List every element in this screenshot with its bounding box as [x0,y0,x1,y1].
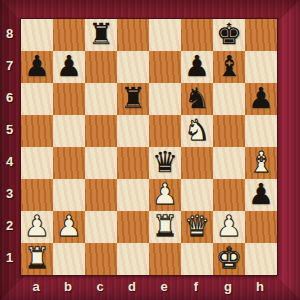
square-a5[interactable] [21,115,53,147]
square-e1[interactable] [149,243,181,275]
square-d1[interactable] [117,243,149,275]
square-d2[interactable] [117,211,149,243]
black-rook[interactable]: ♜ [88,18,114,50]
black-queen[interactable]: ♛ [152,146,178,178]
square-b5[interactable] [53,115,85,147]
file-label-c: c [84,276,116,300]
file-label-d: d [116,276,148,300]
square-a2[interactable]: ♟ [21,211,53,243]
square-e2[interactable]: ♜ [149,211,181,243]
square-c7[interactable] [85,51,117,83]
square-d3[interactable] [117,179,149,211]
square-f2[interactable]: ♛ [181,211,213,243]
square-f6[interactable]: ♞ [181,83,213,115]
square-h5[interactable] [245,115,277,147]
square-a8[interactable] [21,19,53,51]
square-e4[interactable]: ♛ [149,147,181,179]
rank-label-3: 3 [0,178,19,210]
board-frame: ♜♚♟♟♟♝♜♞♟♞♛♝♟♟♟♟♜♛♟♜♚ 87654321 abcdefgh [0,0,300,300]
square-g8[interactable]: ♚ [213,19,245,51]
square-f4[interactable] [181,147,213,179]
square-g4[interactable] [213,147,245,179]
file-label-f: f [180,276,212,300]
square-f8[interactable] [181,19,213,51]
rank-label-1: 1 [0,242,19,274]
square-b7[interactable]: ♟ [53,51,85,83]
square-d5[interactable] [117,115,149,147]
black-pawn[interactable]: ♟ [248,178,274,210]
file-label-e: e [148,276,180,300]
square-b2[interactable]: ♟ [53,211,85,243]
square-h2[interactable] [245,211,277,243]
square-e5[interactable] [149,115,181,147]
square-d7[interactable] [117,51,149,83]
square-f7[interactable]: ♟ [181,51,213,83]
square-f3[interactable] [181,179,213,211]
file-label-g: g [212,276,244,300]
white-rook[interactable]: ♜ [152,210,178,242]
rank-label-8: 8 [0,18,19,50]
square-h1[interactable] [245,243,277,275]
square-c4[interactable] [85,147,117,179]
square-a7[interactable]: ♟ [21,51,53,83]
square-e3[interactable]: ♟ [149,179,181,211]
white-pawn[interactable]: ♟ [24,210,50,242]
rank-label-2: 2 [0,210,19,242]
square-c2[interactable] [85,211,117,243]
white-rook[interactable]: ♜ [24,242,50,274]
square-b3[interactable] [53,179,85,211]
white-pawn[interactable]: ♟ [56,210,82,242]
black-rook[interactable]: ♜ [120,82,146,114]
square-a3[interactable] [21,179,53,211]
black-pawn[interactable]: ♟ [248,82,274,114]
square-c5[interactable] [85,115,117,147]
black-king[interactable]: ♚ [216,18,242,50]
black-pawn[interactable]: ♟ [184,50,210,82]
file-label-h: h [244,276,276,300]
square-g7[interactable]: ♝ [213,51,245,83]
square-e7[interactable] [149,51,181,83]
square-d4[interactable] [117,147,149,179]
square-h4[interactable]: ♝ [245,147,277,179]
square-c8[interactable]: ♜ [85,19,117,51]
black-knight[interactable]: ♞ [184,82,210,114]
chess-board: ♜♚♟♟♟♝♜♞♟♞♛♝♟♟♟♟♜♛♟♜♚ [20,18,278,276]
square-g1[interactable]: ♚ [213,243,245,275]
square-b4[interactable] [53,147,85,179]
square-h3[interactable]: ♟ [245,179,277,211]
black-pawn[interactable]: ♟ [24,50,50,82]
square-d6[interactable]: ♜ [117,83,149,115]
square-b1[interactable] [53,243,85,275]
white-pawn[interactable]: ♟ [216,210,242,242]
white-knight[interactable]: ♞ [184,114,210,146]
square-f1[interactable] [181,243,213,275]
square-h8[interactable] [245,19,277,51]
square-a6[interactable] [21,83,53,115]
square-c1[interactable] [85,243,117,275]
square-e8[interactable] [149,19,181,51]
square-a4[interactable] [21,147,53,179]
rank-label-5: 5 [0,114,19,146]
white-queen[interactable]: ♛ [184,210,210,242]
square-h6[interactable]: ♟ [245,83,277,115]
file-label-b: b [52,276,84,300]
white-bishop[interactable]: ♝ [248,146,274,178]
square-a1[interactable]: ♜ [21,243,53,275]
square-d8[interactable] [117,19,149,51]
square-b6[interactable] [53,83,85,115]
square-b8[interactable] [53,19,85,51]
square-e6[interactable] [149,83,181,115]
square-h7[interactable] [245,51,277,83]
square-c3[interactable] [85,179,117,211]
rank-label-7: 7 [0,50,19,82]
white-king[interactable]: ♚ [216,242,242,274]
rank-label-4: 4 [0,146,19,178]
black-pawn[interactable]: ♟ [56,50,82,82]
white-pawn[interactable]: ♟ [152,178,178,210]
square-g5[interactable] [213,115,245,147]
square-f5[interactable]: ♞ [181,115,213,147]
square-c6[interactable] [85,83,117,115]
black-bishop[interactable]: ♝ [216,50,242,82]
square-g3[interactable] [213,179,245,211]
square-g2[interactable]: ♟ [213,211,245,243]
rank-label-6: 6 [0,82,19,114]
file-label-a: a [20,276,52,300]
square-g6[interactable] [213,83,245,115]
